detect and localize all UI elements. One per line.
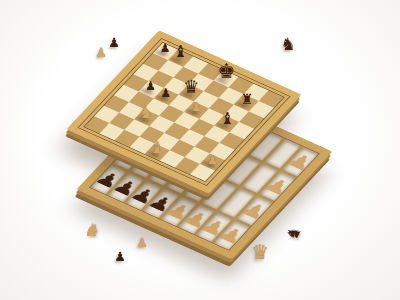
black-queen-d6[interactable]: ♛ — [183, 78, 199, 96]
white-pawn-h2[interactable]: ♟ — [207, 154, 218, 166]
black-knight-fallen[interactable]: ♞ — [284, 223, 305, 243]
white-knight-c3[interactable]: ♞ — [139, 105, 153, 121]
black-bishop-g5[interactable]: ♝ — [220, 111, 234, 127]
black-pawn-c5[interactable]: ♟ — [161, 87, 172, 99]
black-bishop-b8[interactable]: ♝ — [173, 44, 187, 60]
white-pawn-bottom-left[interactable]: ♟ — [136, 236, 148, 249]
white-pawn-top-left[interactable]: ♟ — [95, 46, 107, 59]
black-knight-top-right[interactable]: ♞ — [280, 36, 295, 53]
black-rook-g7[interactable]: ♜ — [241, 92, 254, 106]
black-king-e8[interactable]: ♚ — [217, 61, 235, 81]
black-pawn-bottom-center[interactable]: ♟ — [114, 250, 126, 263]
white-queen-bottom-right[interactable]: ♛ — [251, 242, 269, 262]
white-bishop-e1[interactable]: ♝ — [150, 140, 164, 156]
scene: ♟♟♟♟♟♟♟♟♟♟♟ ♟♝♚♟♛♟♜♟♞♝♝♟♟♟♞♞♟♟♛♞ — [0, 0, 400, 300]
white-knight-bottom-left[interactable]: ♞ — [84, 222, 99, 239]
white-pawn-e5[interactable]: ♟ — [191, 101, 202, 113]
black-pawn-top-left[interactable]: ♟ — [108, 36, 120, 49]
black-pawn-b5[interactable]: ♟ — [145, 80, 156, 92]
black-pawn-a8[interactable]: ♟ — [160, 42, 171, 54]
